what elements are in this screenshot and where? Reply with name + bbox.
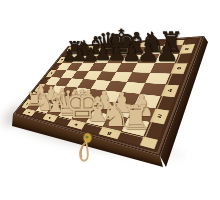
latch-knob bbox=[85, 135, 88, 138]
coord-rank-5 bbox=[166, 74, 184, 86]
brass-latch[interactable] bbox=[74, 132, 100, 166]
coord-cell bbox=[140, 136, 159, 149]
black-pawn-h7[interactable]: ♟ bbox=[155, 38, 179, 64]
white-rook-h1[interactable]: ♜ bbox=[120, 101, 150, 135]
product-photo-scene: bdfh87654321aceg ♜♞♝♛♚♝♞♜♟♟♟♟♟♟♟♟♟♟♟♟♟♟♟… bbox=[0, 0, 220, 200]
latch-ring-shade bbox=[81, 142, 86, 158]
